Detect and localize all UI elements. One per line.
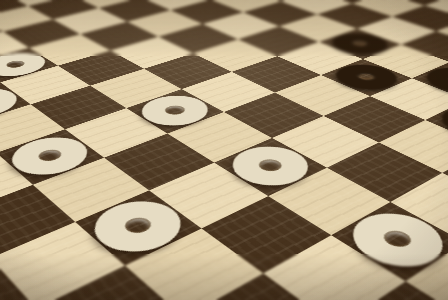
checkers-board <box>0 0 448 300</box>
checkers-photo <box>0 0 448 300</box>
board-grid <box>0 0 448 300</box>
